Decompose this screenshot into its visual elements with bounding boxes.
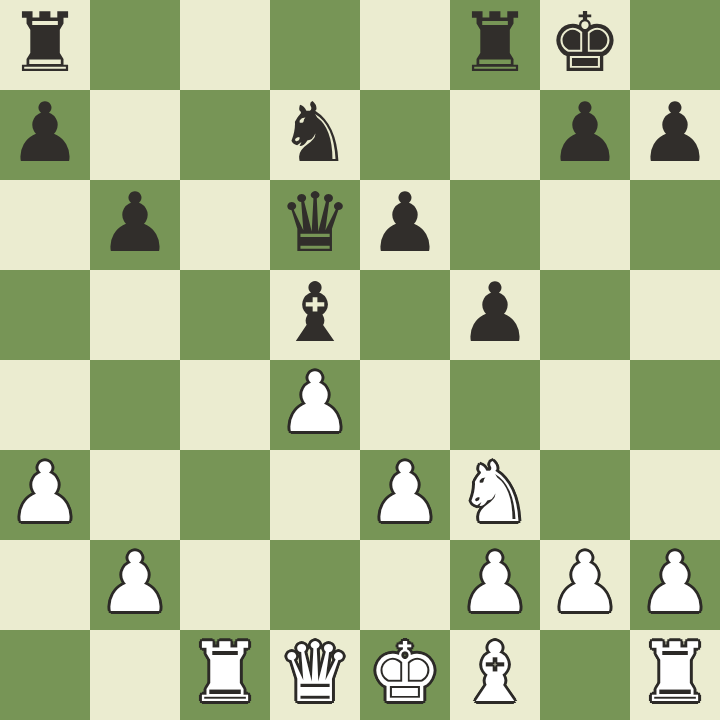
square-e3[interactable]: ♟ [360,450,450,540]
square-a1[interactable] [0,630,90,720]
square-e7[interactable] [360,90,450,180]
piece-white-king[interactable]: ♚ [368,632,442,714]
square-g4[interactable] [540,360,630,450]
piece-black-pawn[interactable]: ♟ [638,92,712,174]
square-h6[interactable] [630,180,720,270]
piece-white-bishop[interactable]: ♝ [458,632,532,714]
square-h5[interactable] [630,270,720,360]
square-b3[interactable] [90,450,180,540]
square-a3[interactable]: ♟ [0,450,90,540]
square-d1[interactable]: ♛ [270,630,360,720]
chess-board: ♜♜♚♟♞♟♟♟♛♟♝♟♟♟♟♞♟♟♟♟♜♛♚♝♜ [0,0,720,720]
piece-black-rook[interactable]: ♜ [458,2,532,84]
square-c8[interactable] [180,0,270,90]
square-d3[interactable] [270,450,360,540]
piece-black-pawn[interactable]: ♟ [548,92,622,174]
square-a2[interactable] [0,540,90,630]
square-g2[interactable]: ♟ [540,540,630,630]
square-h3[interactable] [630,450,720,540]
square-b6[interactable]: ♟ [90,180,180,270]
square-f3[interactable]: ♞ [450,450,540,540]
chess-board-container: ♜♜♚♟♞♟♟♟♛♟♝♟♟♟♟♞♟♟♟♟♜♛♚♝♜ [0,0,720,720]
square-b5[interactable] [90,270,180,360]
square-f1[interactable]: ♝ [450,630,540,720]
square-d8[interactable] [270,0,360,90]
square-h8[interactable] [630,0,720,90]
square-f8[interactable]: ♜ [450,0,540,90]
piece-black-bishop[interactable]: ♝ [278,272,352,354]
square-h4[interactable] [630,360,720,450]
square-g7[interactable]: ♟ [540,90,630,180]
piece-white-pawn[interactable]: ♟ [8,452,82,534]
piece-black-queen[interactable]: ♛ [278,182,352,264]
piece-white-pawn[interactable]: ♟ [458,542,532,624]
square-a7[interactable]: ♟ [0,90,90,180]
square-b4[interactable] [90,360,180,450]
square-f5[interactable]: ♟ [450,270,540,360]
square-c3[interactable] [180,450,270,540]
square-d4[interactable]: ♟ [270,360,360,450]
square-e4[interactable] [360,360,450,450]
square-b7[interactable] [90,90,180,180]
piece-white-pawn[interactable]: ♟ [278,362,352,444]
square-f4[interactable] [450,360,540,450]
piece-white-rook[interactable]: ♜ [638,632,712,714]
piece-black-pawn[interactable]: ♟ [368,182,442,264]
square-e8[interactable] [360,0,450,90]
square-d6[interactable]: ♛ [270,180,360,270]
piece-black-pawn[interactable]: ♟ [458,272,532,354]
square-g6[interactable] [540,180,630,270]
square-f7[interactable] [450,90,540,180]
square-e6[interactable]: ♟ [360,180,450,270]
square-h7[interactable]: ♟ [630,90,720,180]
piece-white-rook[interactable]: ♜ [188,632,262,714]
square-a4[interactable] [0,360,90,450]
square-g8[interactable]: ♚ [540,0,630,90]
piece-black-rook[interactable]: ♜ [8,2,82,84]
piece-white-pawn[interactable]: ♟ [638,542,712,624]
square-f2[interactable]: ♟ [450,540,540,630]
square-d5[interactable]: ♝ [270,270,360,360]
piece-black-pawn[interactable]: ♟ [98,182,172,264]
square-e2[interactable] [360,540,450,630]
square-c1[interactable]: ♜ [180,630,270,720]
square-c6[interactable] [180,180,270,270]
square-b2[interactable]: ♟ [90,540,180,630]
piece-black-knight[interactable]: ♞ [278,92,352,174]
square-e5[interactable] [360,270,450,360]
square-c4[interactable] [180,360,270,450]
square-h2[interactable]: ♟ [630,540,720,630]
square-c7[interactable] [180,90,270,180]
square-g5[interactable] [540,270,630,360]
piece-white-pawn[interactable]: ♟ [548,542,622,624]
square-b8[interactable] [90,0,180,90]
piece-white-queen[interactable]: ♛ [278,632,352,714]
square-a5[interactable] [0,270,90,360]
piece-black-king[interactable]: ♚ [548,2,622,84]
square-b1[interactable] [90,630,180,720]
square-g3[interactable] [540,450,630,540]
square-d7[interactable]: ♞ [270,90,360,180]
square-e1[interactable]: ♚ [360,630,450,720]
piece-black-pawn[interactable]: ♟ [8,92,82,174]
piece-white-pawn[interactable]: ♟ [368,452,442,534]
square-f6[interactable] [450,180,540,270]
square-a6[interactable] [0,180,90,270]
square-c5[interactable] [180,270,270,360]
square-c2[interactable] [180,540,270,630]
square-d2[interactable] [270,540,360,630]
square-a8[interactable]: ♜ [0,0,90,90]
piece-white-pawn[interactable]: ♟ [98,542,172,624]
square-g1[interactable] [540,630,630,720]
piece-white-knight[interactable]: ♞ [458,452,532,534]
square-h1[interactable]: ♜ [630,630,720,720]
